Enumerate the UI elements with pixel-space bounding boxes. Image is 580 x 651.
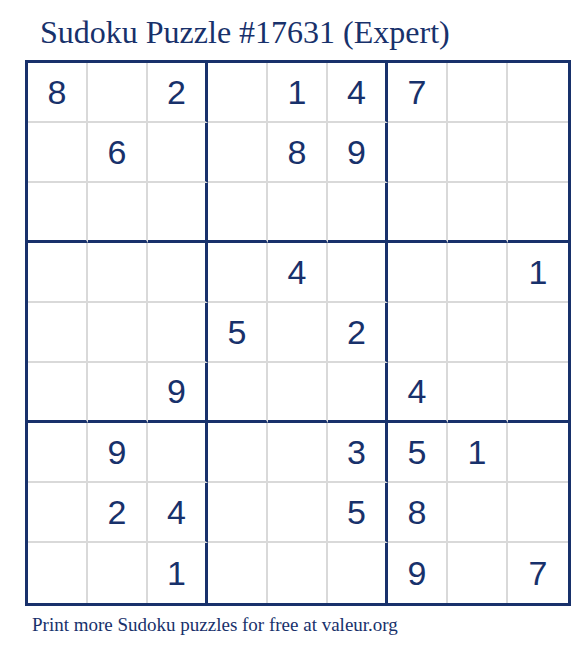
cell-r6c9 bbox=[508, 363, 568, 423]
cell-r3c5 bbox=[268, 183, 328, 243]
cell-r7c5 bbox=[268, 423, 328, 483]
cell-r3c7 bbox=[388, 183, 448, 243]
cell-r6c8 bbox=[448, 363, 508, 423]
cell-r1c1: 8 bbox=[28, 63, 88, 123]
cell-r6c5 bbox=[268, 363, 328, 423]
cell-r6c6 bbox=[328, 363, 388, 423]
cell-r9c8 bbox=[448, 543, 508, 603]
cell-r1c5: 1 bbox=[268, 63, 328, 123]
cell-r8c2: 2 bbox=[88, 483, 148, 543]
cell-r4c1 bbox=[28, 243, 88, 303]
cell-r5c5 bbox=[268, 303, 328, 363]
cell-r9c7: 9 bbox=[388, 543, 448, 603]
cell-r2c4 bbox=[208, 123, 268, 183]
cell-r4c6 bbox=[328, 243, 388, 303]
cell-r8c8 bbox=[448, 483, 508, 543]
cell-r2c9 bbox=[508, 123, 568, 183]
cell-r9c6 bbox=[328, 543, 388, 603]
cell-r7c2: 9 bbox=[88, 423, 148, 483]
cell-r1c6: 4 bbox=[328, 63, 388, 123]
cell-r1c7: 7 bbox=[388, 63, 448, 123]
cell-r8c6: 5 bbox=[328, 483, 388, 543]
cell-r4c2 bbox=[88, 243, 148, 303]
cell-r2c2: 6 bbox=[88, 123, 148, 183]
cell-r3c4 bbox=[208, 183, 268, 243]
cell-r5c9 bbox=[508, 303, 568, 363]
cell-r9c2 bbox=[88, 543, 148, 603]
cell-r5c7 bbox=[388, 303, 448, 363]
cell-r8c1 bbox=[28, 483, 88, 543]
cell-r5c6: 2 bbox=[328, 303, 388, 363]
cell-r9c1 bbox=[28, 543, 88, 603]
cell-r1c8 bbox=[448, 63, 508, 123]
cell-r8c3: 4 bbox=[148, 483, 208, 543]
cell-r1c2 bbox=[88, 63, 148, 123]
cell-r4c9: 1 bbox=[508, 243, 568, 303]
cell-r7c4 bbox=[208, 423, 268, 483]
cell-r2c1 bbox=[28, 123, 88, 183]
cell-r4c3 bbox=[148, 243, 208, 303]
cell-r3c8 bbox=[448, 183, 508, 243]
cell-r9c3: 1 bbox=[148, 543, 208, 603]
cell-r8c4 bbox=[208, 483, 268, 543]
cell-r7c7: 5 bbox=[388, 423, 448, 483]
cell-r6c1 bbox=[28, 363, 88, 423]
cell-r3c3 bbox=[148, 183, 208, 243]
cell-r8c9 bbox=[508, 483, 568, 543]
cell-r6c2 bbox=[88, 363, 148, 423]
cell-r6c3: 9 bbox=[148, 363, 208, 423]
cell-r1c4 bbox=[208, 63, 268, 123]
cell-r2c5: 8 bbox=[268, 123, 328, 183]
cell-r1c3: 2 bbox=[148, 63, 208, 123]
cell-r4c7 bbox=[388, 243, 448, 303]
cell-r9c5 bbox=[268, 543, 328, 603]
sudoku-board: 8214768941529493512458197 bbox=[25, 60, 571, 606]
cell-r2c7 bbox=[388, 123, 448, 183]
cell-r5c4: 5 bbox=[208, 303, 268, 363]
cell-r3c1 bbox=[28, 183, 88, 243]
cell-r4c5: 4 bbox=[268, 243, 328, 303]
cell-r5c2 bbox=[88, 303, 148, 363]
cell-r3c2 bbox=[88, 183, 148, 243]
cell-r3c6 bbox=[328, 183, 388, 243]
cell-r7c9 bbox=[508, 423, 568, 483]
cell-r9c4 bbox=[208, 543, 268, 603]
cell-r4c4 bbox=[208, 243, 268, 303]
cell-r6c4 bbox=[208, 363, 268, 423]
cell-r7c1 bbox=[28, 423, 88, 483]
cell-r2c6: 9 bbox=[328, 123, 388, 183]
cell-r3c9 bbox=[508, 183, 568, 243]
footer-text: Print more Sudoku puzzles for free at va… bbox=[32, 614, 398, 636]
cell-r5c8 bbox=[448, 303, 508, 363]
cell-r7c6: 3 bbox=[328, 423, 388, 483]
cell-r2c8 bbox=[448, 123, 508, 183]
cell-r5c3 bbox=[148, 303, 208, 363]
cell-r2c3 bbox=[148, 123, 208, 183]
cell-r8c7: 8 bbox=[388, 483, 448, 543]
cell-r7c8: 1 bbox=[448, 423, 508, 483]
cell-r6c7: 4 bbox=[388, 363, 448, 423]
cell-r7c3 bbox=[148, 423, 208, 483]
cell-r5c1 bbox=[28, 303, 88, 363]
cell-r8c5 bbox=[268, 483, 328, 543]
cell-r9c9: 7 bbox=[508, 543, 568, 603]
cell-r1c9 bbox=[508, 63, 568, 123]
page-title: Sudoku Puzzle #17631 (Expert) bbox=[40, 14, 450, 50]
cell-r4c8 bbox=[448, 243, 508, 303]
